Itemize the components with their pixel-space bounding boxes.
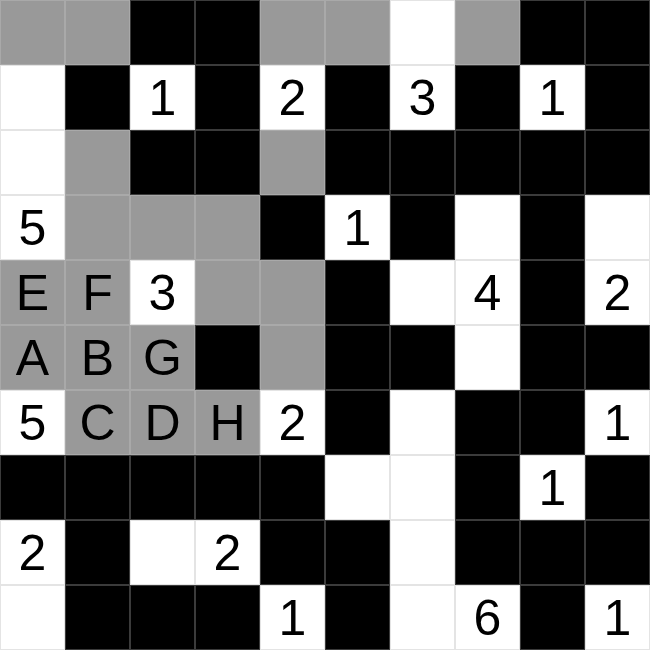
cell-letter: H: [209, 398, 245, 448]
cell-letter: E: [16, 268, 49, 318]
cell-r3c1[interactable]: [65, 195, 130, 260]
cell-r1c0[interactable]: [0, 65, 65, 130]
cell-r5c5[interactable]: [325, 325, 390, 390]
cell-r1c2-1[interactable]: 1: [130, 65, 195, 130]
cell-r2c1[interactable]: [65, 130, 130, 195]
cell-r9c1[interactable]: [65, 585, 130, 650]
puzzle-board: 123151EF342ABG5CDH21122161: [0, 0, 650, 650]
cell-r2c4[interactable]: [260, 130, 325, 195]
cell-r6c0-5[interactable]: 5: [0, 390, 65, 455]
cell-r6c5[interactable]: [325, 390, 390, 455]
cell-r8c1[interactable]: [65, 520, 130, 585]
cell-r3c5-1[interactable]: 1: [325, 195, 390, 260]
cell-letter: A: [16, 333, 49, 383]
cell-number: 3: [409, 73, 437, 123]
cell-r3c2[interactable]: [130, 195, 195, 260]
cell-r2c7[interactable]: [455, 130, 520, 195]
cell-r3c3[interactable]: [195, 195, 260, 260]
cell-r8c6[interactable]: [390, 520, 455, 585]
cell-r6c8[interactable]: [520, 390, 585, 455]
cell-r2c3[interactable]: [195, 130, 260, 195]
cell-r5c4[interactable]: [260, 325, 325, 390]
cell-r2c8[interactable]: [520, 130, 585, 195]
cell-r3c7[interactable]: [455, 195, 520, 260]
cell-r4c7-4[interactable]: 4: [455, 260, 520, 325]
cell-r7c3[interactable]: [195, 455, 260, 520]
cell-r9c9-1[interactable]: 1: [585, 585, 650, 650]
cell-r0c7[interactable]: [455, 0, 520, 65]
cell-number: 1: [344, 203, 372, 253]
cell-r4c5[interactable]: [325, 260, 390, 325]
cell-number: 4: [474, 268, 502, 318]
cell-r5c2-G[interactable]: G: [130, 325, 195, 390]
cell-r0c4[interactable]: [260, 0, 325, 65]
cell-r6c3-H[interactable]: H: [195, 390, 260, 455]
cell-r0c9[interactable]: [585, 0, 650, 65]
cell-r4c3[interactable]: [195, 260, 260, 325]
cell-r4c8[interactable]: [520, 260, 585, 325]
cell-r3c0-5[interactable]: 5: [0, 195, 65, 260]
cell-r7c9[interactable]: [585, 455, 650, 520]
cell-number: 1: [539, 73, 567, 123]
cell-r5c9[interactable]: [585, 325, 650, 390]
cell-r9c5[interactable]: [325, 585, 390, 650]
cell-r6c1-C[interactable]: C: [65, 390, 130, 455]
cell-number: 2: [214, 528, 242, 578]
cell-r0c6[interactable]: [390, 0, 455, 65]
cell-r9c4-1[interactable]: 1: [260, 585, 325, 650]
cell-r6c2-D[interactable]: D: [130, 390, 195, 455]
cell-r7c0[interactable]: [0, 455, 65, 520]
cell-r2c0[interactable]: [0, 130, 65, 195]
cell-r8c9[interactable]: [585, 520, 650, 585]
cell-number: 1: [149, 73, 177, 123]
cell-r8c5[interactable]: [325, 520, 390, 585]
cell-number: 2: [19, 528, 47, 578]
cell-r0c2[interactable]: [130, 0, 195, 65]
cell-r9c7-6[interactable]: 6: [455, 585, 520, 650]
cell-r0c0[interactable]: [0, 0, 65, 65]
cell-r6c9-1[interactable]: 1: [585, 390, 650, 455]
cell-r9c8[interactable]: [520, 585, 585, 650]
cell-r3c8[interactable]: [520, 195, 585, 260]
cell-r1c8-1[interactable]: 1: [520, 65, 585, 130]
cell-number: 5: [19, 398, 47, 448]
cell-r5c1-B[interactable]: B: [65, 325, 130, 390]
cell-letter: B: [81, 333, 114, 383]
cell-number: 1: [604, 593, 632, 643]
cell-r2c9[interactable]: [585, 130, 650, 195]
cell-r4c1-F[interactable]: F: [65, 260, 130, 325]
cell-r6c4-2[interactable]: 2: [260, 390, 325, 455]
cell-r4c2-3[interactable]: 3: [130, 260, 195, 325]
cell-r5c7[interactable]: [455, 325, 520, 390]
cell-r7c2[interactable]: [130, 455, 195, 520]
cell-r4c4[interactable]: [260, 260, 325, 325]
cell-r8c8[interactable]: [520, 520, 585, 585]
cell-number: 1: [539, 463, 567, 513]
cell-r0c5[interactable]: [325, 0, 390, 65]
cell-r7c6[interactable]: [390, 455, 455, 520]
cell-r1c6-3[interactable]: 3: [390, 65, 455, 130]
cell-r5c0-A[interactable]: A: [0, 325, 65, 390]
cell-letter: G: [143, 333, 182, 383]
cell-r5c3[interactable]: [195, 325, 260, 390]
cell-r8c4[interactable]: [260, 520, 325, 585]
cell-r4c6[interactable]: [390, 260, 455, 325]
cell-r6c6[interactable]: [390, 390, 455, 455]
cell-r1c9[interactable]: [585, 65, 650, 130]
cell-number: 1: [279, 593, 307, 643]
cell-r4c9-2[interactable]: 2: [585, 260, 650, 325]
cell-r1c3[interactable]: [195, 65, 260, 130]
cell-number: 2: [279, 398, 307, 448]
cell-number: 6: [474, 593, 502, 643]
cell-r6c7[interactable]: [455, 390, 520, 455]
cell-r5c6[interactable]: [390, 325, 455, 390]
cell-r3c4[interactable]: [260, 195, 325, 260]
cell-r1c1[interactable]: [65, 65, 130, 130]
cell-r5c8[interactable]: [520, 325, 585, 390]
cell-r9c6[interactable]: [390, 585, 455, 650]
cell-r9c3[interactable]: [195, 585, 260, 650]
cell-r8c0-2[interactable]: 2: [0, 520, 65, 585]
cell-number: 2: [279, 73, 307, 123]
cell-r7c1[interactable]: [65, 455, 130, 520]
cell-r7c5[interactable]: [325, 455, 390, 520]
cell-r9c0[interactable]: [0, 585, 65, 650]
cell-number: 5: [19, 203, 47, 253]
cell-letter: D: [144, 398, 180, 448]
cell-number: 2: [604, 268, 632, 318]
cell-letter: C: [79, 398, 115, 448]
cell-r2c2[interactable]: [130, 130, 195, 195]
cell-r1c5[interactable]: [325, 65, 390, 130]
cell-r8c7[interactable]: [455, 520, 520, 585]
cell-r0c8[interactable]: [520, 0, 585, 65]
cell-r3c6[interactable]: [390, 195, 455, 260]
cell-r2c5[interactable]: [325, 130, 390, 195]
cell-number: 1: [604, 398, 632, 448]
cell-r8c2[interactable]: [130, 520, 195, 585]
cell-r1c7[interactable]: [455, 65, 520, 130]
cell-r2c6[interactable]: [390, 130, 455, 195]
cell-r7c8-1[interactable]: 1: [520, 455, 585, 520]
cell-letter: F: [82, 268, 113, 318]
cell-r0c1[interactable]: [65, 0, 130, 65]
cell-r3c9[interactable]: [585, 195, 650, 260]
cell-r8c3-2[interactable]: 2: [195, 520, 260, 585]
cell-r7c4[interactable]: [260, 455, 325, 520]
cell-number: 3: [149, 268, 177, 318]
cell-r7c7[interactable]: [455, 455, 520, 520]
cell-r9c2[interactable]: [130, 585, 195, 650]
cell-r0c3[interactable]: [195, 0, 260, 65]
cell-r1c4-2[interactable]: 2: [260, 65, 325, 130]
cell-r4c0-E[interactable]: E: [0, 260, 65, 325]
